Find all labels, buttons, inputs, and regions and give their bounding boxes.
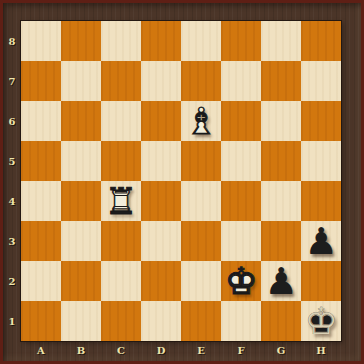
square-h6[interactable] (301, 101, 341, 141)
file-label-e: E (181, 341, 221, 359)
rank-label-5: 5 (3, 141, 21, 181)
black-pawn[interactable]: ♟ (261, 261, 301, 301)
square-h1[interactable]: ♚♔ (301, 301, 341, 341)
square-h3[interactable]: ♟ (301, 221, 341, 261)
square-g1[interactable] (261, 301, 301, 341)
square-c2[interactable] (101, 261, 141, 301)
square-d3[interactable] (141, 221, 181, 261)
white-king[interactable]: ♚♔ (221, 261, 261, 301)
black-king[interactable]: ♚♔ (301, 301, 341, 341)
square-h8[interactable] (301, 21, 341, 61)
square-b5[interactable] (61, 141, 101, 181)
square-e7[interactable] (181, 61, 221, 101)
file-label-b: B (61, 341, 101, 359)
square-g2[interactable]: ♟ (261, 261, 301, 301)
square-h4[interactable] (301, 181, 341, 221)
rank-label-8: 8 (3, 21, 21, 61)
square-b7[interactable] (61, 61, 101, 101)
square-f1[interactable] (221, 301, 261, 341)
square-b1[interactable] (61, 301, 101, 341)
square-f6[interactable] (221, 101, 261, 141)
square-a1[interactable] (21, 301, 61, 341)
square-g4[interactable] (261, 181, 301, 221)
square-e4[interactable] (181, 181, 221, 221)
square-d8[interactable] (141, 21, 181, 61)
square-b3[interactable] (61, 221, 101, 261)
file-label-a: A (21, 341, 61, 359)
square-f5[interactable] (221, 141, 261, 181)
square-h7[interactable] (301, 61, 341, 101)
rank-label-6: 6 (3, 101, 21, 141)
square-c7[interactable] (101, 61, 141, 101)
rank-label-3: 3 (3, 221, 21, 261)
file-label-c: C (101, 341, 141, 359)
white-rook[interactable]: ♜♖ (101, 181, 141, 221)
square-c1[interactable] (101, 301, 141, 341)
square-f2[interactable]: ♚♔ (221, 261, 261, 301)
black-pawn[interactable]: ♟ (301, 221, 341, 261)
square-f8[interactable] (221, 21, 261, 61)
square-e3[interactable] (181, 221, 221, 261)
square-e8[interactable] (181, 21, 221, 61)
square-a2[interactable] (21, 261, 61, 301)
square-d1[interactable] (141, 301, 181, 341)
square-d7[interactable] (141, 61, 181, 101)
square-g7[interactable] (261, 61, 301, 101)
square-a5[interactable] (21, 141, 61, 181)
rank-label-1: 1 (3, 301, 21, 341)
square-d4[interactable] (141, 181, 181, 221)
square-a3[interactable] (21, 221, 61, 261)
rank-label-7: 7 (3, 61, 21, 101)
square-c5[interactable] (101, 141, 141, 181)
square-f7[interactable] (221, 61, 261, 101)
rank-label-2: 2 (3, 261, 21, 301)
square-c4[interactable]: ♜♖ (101, 181, 141, 221)
square-h5[interactable] (301, 141, 341, 181)
square-h2[interactable] (301, 261, 341, 301)
square-f4[interactable] (221, 181, 261, 221)
square-a4[interactable] (21, 181, 61, 221)
square-a8[interactable] (21, 21, 61, 61)
square-e5[interactable] (181, 141, 221, 181)
square-b2[interactable] (61, 261, 101, 301)
file-label-g: G (261, 341, 301, 359)
file-label-d: D (141, 341, 181, 359)
square-d2[interactable] (141, 261, 181, 301)
square-e2[interactable] (181, 261, 221, 301)
square-b8[interactable] (61, 21, 101, 61)
square-c6[interactable] (101, 101, 141, 141)
file-label-f: F (221, 341, 261, 359)
square-c3[interactable] (101, 221, 141, 261)
square-a7[interactable] (21, 61, 61, 101)
square-g3[interactable] (261, 221, 301, 261)
square-b4[interactable] (61, 181, 101, 221)
square-e6[interactable]: ♝♗ (181, 101, 221, 141)
square-g8[interactable] (261, 21, 301, 61)
square-f3[interactable] (221, 221, 261, 261)
file-label-h: H (301, 341, 341, 359)
square-g5[interactable] (261, 141, 301, 181)
chess-board[interactable]: ♝♗♜♖♟♚♔♟♚♔ (21, 21, 341, 341)
white-bishop[interactable]: ♝♗ (181, 101, 221, 141)
square-e1[interactable] (181, 301, 221, 341)
square-d5[interactable] (141, 141, 181, 181)
rank-label-4: 4 (3, 181, 21, 221)
square-g6[interactable] (261, 101, 301, 141)
square-c8[interactable] (101, 21, 141, 61)
square-d6[interactable] (141, 101, 181, 141)
square-a6[interactable] (21, 101, 61, 141)
chessboard-window: ♝♗♜♖♟♚♔♟♚♔ 87654321ABCDEFGH (0, 0, 364, 364)
square-b6[interactable] (61, 101, 101, 141)
